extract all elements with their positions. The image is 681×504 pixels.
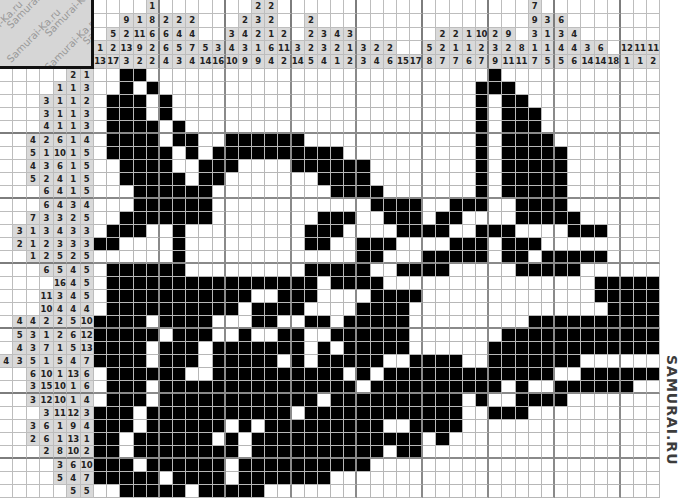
grid-cell[interactable] [160,303,173,316]
grid-cell[interactable] [226,355,239,368]
grid-cell[interactable] [423,303,436,316]
grid-cell[interactable] [331,394,344,407]
grid-cell[interactable] [647,82,660,95]
grid-cell[interactable] [502,160,515,173]
grid-cell[interactable] [568,199,581,212]
grid-cell[interactable] [397,446,410,459]
grid-cell[interactable] [489,368,502,381]
grid-cell[interactable] [94,446,107,459]
grid-cell[interactable] [357,147,370,160]
grid-cell[interactable] [384,329,397,342]
grid-cell[interactable] [147,251,160,264]
grid-cell[interactable] [278,173,291,186]
grid-cell[interactable] [199,290,212,303]
grid-cell[interactable] [595,225,608,238]
grid-cell[interactable] [502,355,515,368]
grid-cell[interactable] [160,238,173,251]
grid-cell[interactable] [529,290,542,303]
grid-cell[interactable] [134,95,147,108]
grid-cell[interactable] [581,446,594,459]
grid-cell[interactable] [173,342,186,355]
grid-cell[interactable] [595,186,608,199]
grid-cell[interactable] [226,212,239,225]
grid-cell[interactable] [502,264,515,277]
grid-cell[interactable] [107,446,120,459]
grid-cell[interactable] [476,199,489,212]
grid-cell[interactable] [502,290,515,303]
grid-cell[interactable] [634,251,647,264]
grid-cell[interactable] [463,459,476,472]
grid-cell[interactable] [384,199,397,212]
grid-cell[interactable] [199,381,212,394]
grid-cell[interactable] [239,329,252,342]
grid-cell[interactable] [647,316,660,329]
grid-cell[interactable] [502,251,515,264]
grid-cell[interactable] [463,82,476,95]
grid-cell[interactable] [647,212,660,225]
grid-cell[interactable] [595,472,608,485]
grid-cell[interactable] [410,238,423,251]
grid-cell[interactable] [647,433,660,446]
grid-cell[interactable] [357,407,370,420]
grid-cell[interactable] [621,251,634,264]
grid-cell[interactable] [397,420,410,433]
grid-cell[interactable] [581,407,594,420]
grid-cell[interactable] [489,277,502,290]
grid-cell[interactable] [120,485,133,498]
grid-cell[interactable] [278,108,291,121]
grid-cell[interactable] [410,316,423,329]
grid-cell[interactable] [186,407,199,420]
grid-cell[interactable] [265,121,278,134]
grid-cell[interactable] [292,212,305,225]
grid-cell[interactable] [239,407,252,420]
grid-cell[interactable] [173,303,186,316]
grid-cell[interactable] [107,459,120,472]
grid-cell[interactable] [489,303,502,316]
grid-cell[interactable] [357,69,370,82]
grid-cell[interactable] [239,108,252,121]
grid-cell[interactable] [173,407,186,420]
grid-cell[interactable] [292,277,305,290]
grid-cell[interactable] [489,212,502,225]
grid-cell[interactable] [384,238,397,251]
grid-cell[interactable] [568,381,581,394]
grid-cell[interactable] [292,407,305,420]
grid-cell[interactable] [397,342,410,355]
grid-cell[interactable] [107,303,120,316]
grid-cell[interactable] [371,485,384,498]
grid-cell[interactable] [213,446,226,459]
grid-cell[interactable] [595,160,608,173]
grid-cell[interactable] [134,108,147,121]
grid-cell[interactable] [107,95,120,108]
grid-cell[interactable] [371,160,384,173]
grid-cell[interactable] [318,121,331,134]
grid-cell[interactable] [529,212,542,225]
grid-cell[interactable] [568,394,581,407]
grid-cell[interactable] [134,186,147,199]
grid-cell[interactable] [265,381,278,394]
grid-cell[interactable] [344,407,357,420]
grid-cell[interactable] [292,472,305,485]
grid-cell[interactable] [160,212,173,225]
grid-cell[interactable] [107,134,120,147]
grid-cell[interactable] [186,277,199,290]
grid-cell[interactable] [120,121,133,134]
grid-cell[interactable] [213,69,226,82]
grid-cell[interactable] [173,381,186,394]
grid-cell[interactable] [186,251,199,264]
grid-cell[interactable] [581,108,594,121]
grid-cell[interactable] [595,342,608,355]
grid-cell[interactable] [450,459,463,472]
grid-cell[interactable] [305,290,318,303]
grid-cell[interactable] [147,329,160,342]
grid-cell[interactable] [107,69,120,82]
grid-cell[interactable] [423,459,436,472]
grid-cell[interactable] [634,381,647,394]
grid-cell[interactable] [213,290,226,303]
grid-cell[interactable] [331,212,344,225]
grid-cell[interactable] [292,459,305,472]
grid-cell[interactable] [608,355,621,368]
grid-cell[interactable] [489,407,502,420]
grid-cell[interactable] [199,121,212,134]
grid-cell[interactable] [357,121,370,134]
grid-cell[interactable] [450,121,463,134]
grid-cell[interactable] [120,329,133,342]
grid-cell[interactable] [423,316,436,329]
grid-cell[interactable] [502,199,515,212]
grid-cell[interactable] [568,95,581,108]
grid-cell[interactable] [529,277,542,290]
grid-cell[interactable] [555,290,568,303]
grid-cell[interactable] [186,355,199,368]
grid-cell[interactable] [173,212,186,225]
grid-cell[interactable] [278,238,291,251]
grid-cell[interactable] [226,251,239,264]
grid-cell[interactable] [305,342,318,355]
grid-cell[interactable] [608,420,621,433]
grid-cell[interactable] [397,82,410,95]
grid-cell[interactable] [371,238,384,251]
grid-cell[interactable] [450,277,463,290]
grid-cell[interactable] [489,199,502,212]
grid-cell[interactable] [476,316,489,329]
grid-cell[interactable] [318,368,331,381]
grid-cell[interactable] [410,368,423,381]
grid-cell[interactable] [463,381,476,394]
grid-cell[interactable] [529,407,542,420]
grid-cell[interactable] [542,82,555,95]
grid-cell[interactable] [344,459,357,472]
grid-cell[interactable] [555,147,568,160]
grid-cell[interactable] [226,199,239,212]
grid-cell[interactable] [542,108,555,121]
grid-cell[interactable] [292,95,305,108]
grid-cell[interactable] [278,277,291,290]
grid-cell[interactable] [634,199,647,212]
grid-cell[interactable] [516,342,529,355]
grid-cell[interactable] [581,368,594,381]
grid-cell[interactable] [107,485,120,498]
grid-cell[interactable] [555,264,568,277]
grid-cell[interactable] [463,342,476,355]
grid-cell[interactable] [476,69,489,82]
grid-cell[interactable] [516,160,529,173]
grid-cell[interactable] [305,160,318,173]
grid-cell[interactable] [278,199,291,212]
grid-cell[interactable] [226,160,239,173]
grid-cell[interactable] [344,264,357,277]
grid-cell[interactable] [357,290,370,303]
grid-cell[interactable] [226,394,239,407]
grid-cell[interactable] [199,69,212,82]
grid-cell[interactable] [608,368,621,381]
grid-cell[interactable] [463,485,476,498]
grid-cell[interactable] [463,251,476,264]
grid-cell[interactable] [134,251,147,264]
grid-cell[interactable] [542,394,555,407]
grid-cell[interactable] [134,342,147,355]
grid-cell[interactable] [252,121,265,134]
grid-cell[interactable] [516,407,529,420]
grid-cell[interactable] [555,329,568,342]
grid-cell[interactable] [331,303,344,316]
grid-cell[interactable] [239,199,252,212]
grid-cell[interactable] [502,238,515,251]
grid-cell[interactable] [423,251,436,264]
grid-cell[interactable] [173,485,186,498]
grid-cell[interactable] [94,420,107,433]
grid-cell[interactable] [147,147,160,160]
grid-cell[interactable] [384,290,397,303]
grid-cell[interactable] [410,433,423,446]
grid-cell[interactable] [542,316,555,329]
grid-cell[interactable] [410,407,423,420]
grid-cell[interactable] [252,368,265,381]
grid-cell[interactable] [634,160,647,173]
grid-cell[interactable] [278,316,291,329]
grid-cell[interactable] [542,381,555,394]
grid-cell[interactable] [581,316,594,329]
grid-cell[interactable] [516,173,529,186]
grid-cell[interactable] [516,121,529,134]
grid-cell[interactable] [265,95,278,108]
grid-cell[interactable] [199,485,212,498]
grid-cell[interactable] [292,121,305,134]
grid-cell[interactable] [94,212,107,225]
grid-cell[interactable] [529,108,542,121]
grid-cell[interactable] [305,186,318,199]
grid-cell[interactable] [397,108,410,121]
grid-cell[interactable] [516,225,529,238]
grid-cell[interactable] [134,160,147,173]
grid-cell[interactable] [634,407,647,420]
grid-cell[interactable] [634,173,647,186]
grid-cell[interactable] [502,108,515,121]
grid-cell[interactable] [397,147,410,160]
grid-cell[interactable] [305,251,318,264]
grid-cell[interactable] [120,225,133,238]
grid-cell[interactable] [555,394,568,407]
grid-cell[interactable] [371,472,384,485]
grid-cell[interactable] [397,173,410,186]
grid-cell[interactable] [318,134,331,147]
grid-cell[interactable] [160,121,173,134]
grid-cell[interactable] [463,173,476,186]
grid-cell[interactable] [502,95,515,108]
grid-cell[interactable] [160,459,173,472]
grid-cell[interactable] [331,134,344,147]
grid-cell[interactable] [568,368,581,381]
grid-cell[interactable] [344,485,357,498]
grid-cell[interactable] [134,238,147,251]
grid-cell[interactable] [647,485,660,498]
grid-cell[interactable] [357,316,370,329]
grid-cell[interactable] [621,69,634,82]
grid-cell[interactable] [516,303,529,316]
grid-cell[interactable] [147,433,160,446]
grid-cell[interactable] [199,329,212,342]
grid-cell[interactable] [357,329,370,342]
grid-cell[interactable] [647,251,660,264]
grid-cell[interactable] [147,472,160,485]
grid-cell[interactable] [239,134,252,147]
grid-cell[interactable] [476,82,489,95]
grid-cell[interactable] [423,121,436,134]
grid-cell[interactable] [568,225,581,238]
grid-cell[interactable] [647,173,660,186]
grid-cell[interactable] [555,420,568,433]
grid-cell[interactable] [529,82,542,95]
grid-cell[interactable] [186,95,199,108]
grid-cell[interactable] [120,368,133,381]
grid-cell[interactable] [344,134,357,147]
grid-cell[interactable] [621,160,634,173]
grid-cell[interactable] [199,368,212,381]
grid-cell[interactable] [344,160,357,173]
grid-cell[interactable] [384,472,397,485]
grid-cell[interactable] [555,459,568,472]
grid-cell[interactable] [239,212,252,225]
grid-cell[interactable] [542,485,555,498]
grid-cell[interactable] [344,472,357,485]
grid-cell[interactable] [94,199,107,212]
grid-cell[interactable] [213,394,226,407]
grid-cell[interactable] [397,459,410,472]
grid-cell[interactable] [555,212,568,225]
grid-cell[interactable] [568,134,581,147]
grid-cell[interactable] [371,420,384,433]
grid-cell[interactable] [410,446,423,459]
grid-cell[interactable] [357,225,370,238]
grid-cell[interactable] [647,472,660,485]
grid-cell[interactable] [199,173,212,186]
grid-cell[interactable] [292,82,305,95]
grid-cell[interactable] [621,316,634,329]
grid-cell[interactable] [134,264,147,277]
grid-cell[interactable] [252,95,265,108]
grid-cell[interactable] [120,342,133,355]
grid-cell[interactable] [516,420,529,433]
grid-cell[interactable] [489,381,502,394]
grid-cell[interactable] [423,108,436,121]
grid-cell[interactable] [357,355,370,368]
grid-cell[interactable] [463,329,476,342]
grid-cell[interactable] [436,173,449,186]
grid-cell[interactable] [489,355,502,368]
grid-cell[interactable] [595,264,608,277]
grid-cell[interactable] [305,134,318,147]
grid-cell[interactable] [357,342,370,355]
grid-cell[interactable] [568,264,581,277]
grid-cell[interactable] [199,147,212,160]
grid-cell[interactable] [331,82,344,95]
grid-cell[interactable] [516,355,529,368]
grid-cell[interactable] [647,186,660,199]
grid-cell[interactable] [265,251,278,264]
grid-cell[interactable] [226,186,239,199]
grid-cell[interactable] [371,381,384,394]
grid-cell[interactable] [94,251,107,264]
grid-cell[interactable] [397,433,410,446]
grid-cell[interactable] [160,199,173,212]
grid-cell[interactable] [186,316,199,329]
grid-cell[interactable] [265,238,278,251]
grid-cell[interactable] [239,251,252,264]
grid-cell[interactable] [502,329,515,342]
grid-cell[interactable] [634,108,647,121]
grid-cell[interactable] [147,316,160,329]
grid-cell[interactable] [647,277,660,290]
grid-cell[interactable] [107,381,120,394]
grid-cell[interactable] [186,433,199,446]
grid-cell[interactable] [357,381,370,394]
grid-cell[interactable] [595,199,608,212]
grid-cell[interactable] [292,342,305,355]
grid-cell[interactable] [357,303,370,316]
grid-cell[interactable] [568,485,581,498]
grid-cell[interactable] [634,355,647,368]
grid-cell[interactable] [516,238,529,251]
grid-cell[interactable] [397,251,410,264]
grid-cell[interactable] [160,173,173,186]
grid-cell[interactable] [436,433,449,446]
grid-cell[interactable] [331,420,344,433]
grid-cell[interactable] [502,381,515,394]
grid-cell[interactable] [542,433,555,446]
grid-cell[interactable] [608,303,621,316]
grid-cell[interactable] [555,381,568,394]
grid-cell[interactable] [199,420,212,433]
grid-cell[interactable] [423,277,436,290]
grid-cell[interactable] [305,459,318,472]
grid-cell[interactable] [213,433,226,446]
puzzle-grid[interactable] [94,69,660,498]
grid-cell[interactable] [94,355,107,368]
grid-cell[interactable] [384,82,397,95]
grid-cell[interactable] [239,368,252,381]
grid-cell[interactable] [450,225,463,238]
grid-cell[interactable] [357,446,370,459]
grid-cell[interactable] [147,186,160,199]
grid-cell[interactable] [134,433,147,446]
grid-cell[interactable] [120,355,133,368]
grid-cell[interactable] [186,108,199,121]
grid-cell[interactable] [331,290,344,303]
